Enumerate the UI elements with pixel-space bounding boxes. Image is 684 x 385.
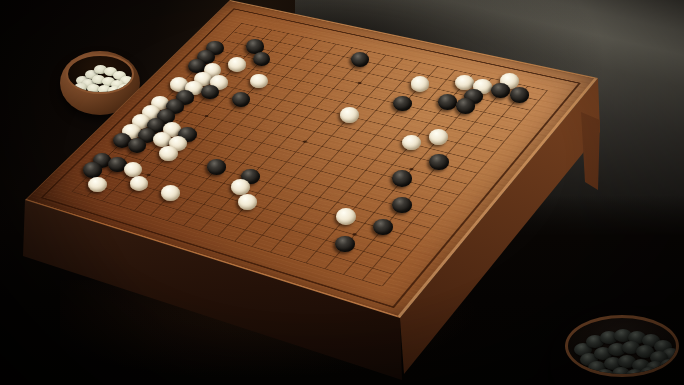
bowl-stone-black [596, 369, 614, 378]
bowl-stone-black [640, 367, 658, 378]
black-bowl-opening [565, 315, 679, 377]
bowl-stone-white [74, 83, 87, 92]
bowl-stone-white [118, 84, 131, 93]
go-game-photo-scene [0, 0, 684, 385]
white-bowl-opening [66, 54, 134, 94]
bowl-stone-black [660, 359, 678, 372]
